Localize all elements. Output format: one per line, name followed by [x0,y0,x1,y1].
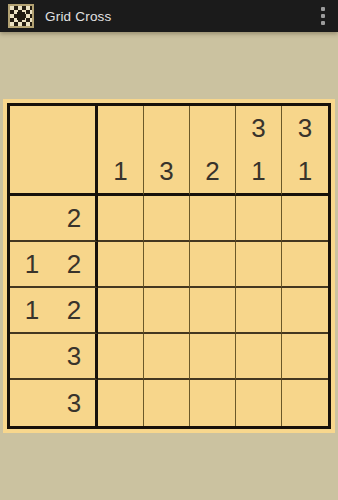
grid-cell-r2c3[interactable] [190,242,236,288]
puzzle-grid: 1 3 2 3 1 3 1 2 1 2 [7,103,331,429]
row-clue-3: 1 2 [10,288,98,334]
grid-cell-r4c1[interactable] [98,334,144,380]
col-clue-2: 3 [144,106,190,196]
grid-cell-r4c2[interactable] [144,334,190,380]
grid-cell-r3c4[interactable] [236,288,282,334]
nonogram-board: 1 3 2 3 1 3 1 2 1 2 [3,99,335,433]
grid-cell-r3c2[interactable] [144,288,190,334]
grid-cell-r3c3[interactable] [190,288,236,334]
clue-number: 3 [53,380,95,426]
grid-cell-r2c2[interactable] [144,242,190,288]
grid-cell-r5c3[interactable] [190,380,236,426]
clue-number: 2 [53,242,95,286]
clue-number: 1 [11,288,53,332]
clue-number: 3 [53,334,95,378]
grid-cell-r3c1[interactable] [98,288,144,334]
row-clue-2: 1 2 [10,242,98,288]
app-title: Grid Cross [45,9,310,24]
col-clue-1: 1 [98,106,144,196]
row-clue-4: 3 [10,334,98,380]
grid-cell-r5c1[interactable] [98,380,144,426]
clue-number: 3 [282,106,328,150]
grid-cell-r1c2[interactable] [144,196,190,242]
grid-cell-r1c5[interactable] [282,196,328,242]
col-clue-4: 3 1 [236,106,282,196]
grid-cell-r1c4[interactable] [236,196,282,242]
grid-cell-r5c4[interactable] [236,380,282,426]
clue-number: 2 [53,288,95,332]
row-clue-5: 3 [10,380,98,426]
col-clue-5: 3 1 [282,106,328,196]
grid-cell-r3c5[interactable] [282,288,328,334]
row-clue-1: 2 [10,196,98,242]
grid-cell-r1c1[interactable] [98,196,144,242]
grid-cell-r4c3[interactable] [190,334,236,380]
app-checkerboard-icon [8,4,34,28]
title-bar: Grid Cross [0,0,338,32]
clue-number: 2 [53,196,95,240]
grid-cell-r1c3[interactable] [190,196,236,242]
clue-number: 2 [190,149,235,193]
grid-cell-r4c4[interactable] [236,334,282,380]
grid-cell-r5c2[interactable] [144,380,190,426]
grid-cell-r5c5[interactable] [282,380,328,426]
clue-number: 3 [144,149,189,193]
clue-number: 1 [282,150,328,194]
grid-cell-r4c5[interactable] [282,334,328,380]
clue-number: 1 [98,149,143,193]
clue-corner-cell [10,106,98,196]
clue-number: 1 [236,150,281,194]
clue-number: 3 [236,106,281,150]
grid-cell-r2c1[interactable] [98,242,144,288]
col-clue-3: 2 [190,106,236,196]
clue-number: 1 [11,242,53,286]
overflow-menu-icon[interactable] [310,0,336,32]
grid-cell-r2c4[interactable] [236,242,282,288]
grid-cell-r2c5[interactable] [282,242,328,288]
